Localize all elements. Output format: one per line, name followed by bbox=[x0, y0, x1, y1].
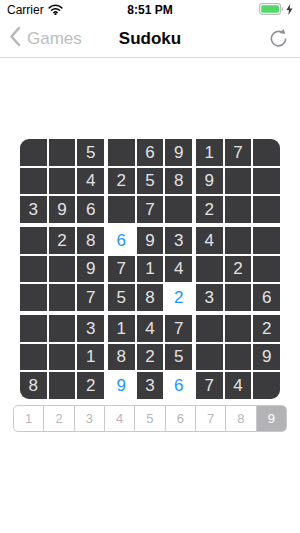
cell-r7c9[interactable]: 2 bbox=[253, 315, 280, 342]
cell-r4c5[interactable]: 9 bbox=[137, 227, 164, 254]
cell-r9c3[interactable]: 2 bbox=[77, 372, 104, 399]
cell-r2c2[interactable] bbox=[49, 168, 76, 195]
box-4: 2897 bbox=[20, 227, 104, 311]
cell-r3c1[interactable]: 3 bbox=[20, 196, 47, 223]
box-6: 4236 bbox=[196, 227, 280, 311]
refresh-icon bbox=[268, 35, 289, 52]
box-7: 3182 bbox=[20, 315, 104, 399]
cell-r9c1[interactable]: 8 bbox=[20, 372, 47, 399]
cell-r3c3[interactable]: 6 bbox=[77, 196, 104, 223]
cell-r8c7[interactable] bbox=[196, 344, 223, 371]
cell-r2c4[interactable]: 2 bbox=[108, 168, 135, 195]
cell-r1c9[interactable] bbox=[253, 139, 280, 166]
status-bar-left: Carrier bbox=[7, 1, 63, 19]
box-9: 2974 bbox=[196, 315, 280, 399]
cell-r6c7[interactable]: 3 bbox=[196, 284, 223, 311]
cell-r1c5[interactable]: 6 bbox=[137, 139, 164, 166]
picker-digit-2[interactable]: 2 bbox=[43, 406, 73, 431]
cell-r1c3[interactable]: 5 bbox=[77, 139, 104, 166]
sudoku-app-screen: Carrier 8:51 PM bbox=[0, 0, 300, 533]
cell-r5c2[interactable] bbox=[49, 256, 76, 283]
cell-r7c3[interactable]: 3 bbox=[77, 315, 104, 342]
cell-r2c8[interactable] bbox=[225, 168, 252, 195]
battery-icon bbox=[259, 1, 284, 19]
cell-r3c5[interactable]: 7 bbox=[137, 196, 164, 223]
cell-r1c7[interactable]: 1 bbox=[196, 139, 223, 166]
number-picker: 123456789 bbox=[13, 405, 287, 432]
cell-r7c6[interactable]: 7 bbox=[165, 315, 192, 342]
cell-r8c8[interactable] bbox=[225, 344, 252, 371]
cell-r5c6[interactable]: 4 bbox=[165, 256, 192, 283]
page-title: Sudoku bbox=[0, 20, 300, 57]
cell-r7c5[interactable]: 4 bbox=[137, 315, 164, 342]
picker-digit-1[interactable]: 1 bbox=[14, 406, 43, 431]
cell-r1c8[interactable]: 7 bbox=[225, 139, 252, 166]
cell-r5c8[interactable]: 2 bbox=[225, 256, 252, 283]
cell-r8c3[interactable]: 1 bbox=[77, 344, 104, 371]
cell-r3c2[interactable]: 9 bbox=[49, 196, 76, 223]
cell-r6c8[interactable] bbox=[225, 284, 252, 311]
cell-r3c9[interactable] bbox=[253, 196, 280, 223]
cell-r4c4[interactable]: 6 bbox=[108, 227, 135, 254]
picker-digit-8[interactable]: 8 bbox=[225, 406, 255, 431]
cell-r5c9[interactable] bbox=[253, 256, 280, 283]
cell-r1c2[interactable] bbox=[49, 139, 76, 166]
cell-r8c1[interactable] bbox=[20, 344, 47, 371]
picker-digit-6[interactable]: 6 bbox=[165, 406, 195, 431]
cell-r6c2[interactable] bbox=[49, 284, 76, 311]
cell-r5c1[interactable] bbox=[20, 256, 47, 283]
picker-digit-3[interactable]: 3 bbox=[74, 406, 104, 431]
cell-r2c3[interactable]: 4 bbox=[77, 168, 104, 195]
cell-r4c6[interactable]: 3 bbox=[165, 227, 192, 254]
cell-r9c4[interactable]: 9 bbox=[108, 372, 135, 399]
picker-digit-5[interactable]: 5 bbox=[134, 406, 164, 431]
charging-bolt-icon bbox=[286, 1, 293, 19]
cell-r6c4[interactable]: 5 bbox=[108, 284, 135, 311]
cell-r3c6[interactable] bbox=[165, 196, 192, 223]
refresh-button[interactable] bbox=[268, 28, 289, 49]
cell-r9c2[interactable] bbox=[49, 372, 76, 399]
cell-r6c1[interactable] bbox=[20, 284, 47, 311]
cell-r3c4[interactable] bbox=[108, 196, 135, 223]
cell-r7c4[interactable]: 1 bbox=[108, 315, 135, 342]
cell-r4c7[interactable]: 4 bbox=[196, 227, 223, 254]
picker-digit-4[interactable]: 4 bbox=[104, 406, 134, 431]
cell-r1c1[interactable] bbox=[20, 139, 47, 166]
cell-r1c6[interactable]: 9 bbox=[165, 139, 192, 166]
cell-r7c1[interactable] bbox=[20, 315, 47, 342]
carrier-label: Carrier bbox=[7, 3, 44, 17]
cell-r8c5[interactable]: 2 bbox=[137, 344, 164, 371]
box-8: 147825936 bbox=[108, 315, 192, 399]
picker-digit-7[interactable]: 7 bbox=[195, 406, 225, 431]
cell-r5c7[interactable] bbox=[196, 256, 223, 283]
cell-r4c8[interactable] bbox=[225, 227, 252, 254]
cell-r4c3[interactable]: 8 bbox=[77, 227, 104, 254]
cell-r8c9[interactable]: 9 bbox=[253, 344, 280, 371]
cell-r5c4[interactable]: 7 bbox=[108, 256, 135, 283]
box-2: 692587 bbox=[108, 139, 192, 223]
cell-r7c2[interactable] bbox=[49, 315, 76, 342]
cell-r7c7[interactable] bbox=[196, 315, 223, 342]
cell-r2c1[interactable] bbox=[20, 168, 47, 195]
cell-r6c9[interactable]: 6 bbox=[253, 284, 280, 311]
cell-r9c8[interactable]: 4 bbox=[225, 372, 252, 399]
cell-r4c9[interactable] bbox=[253, 227, 280, 254]
wifi-icon bbox=[48, 1, 63, 19]
cell-r3c8[interactable] bbox=[225, 196, 252, 223]
cell-r9c7[interactable]: 7 bbox=[196, 372, 223, 399]
cell-r5c5[interactable]: 1 bbox=[137, 256, 164, 283]
cell-r9c5[interactable]: 3 bbox=[137, 372, 164, 399]
cell-r8c4[interactable]: 8 bbox=[108, 344, 135, 371]
cell-r6c5[interactable]: 8 bbox=[137, 284, 164, 311]
cell-r5c3[interactable]: 9 bbox=[77, 256, 104, 283]
status-bar-right bbox=[259, 1, 293, 19]
nav-bar: Games Sudoku bbox=[0, 20, 300, 58]
box-3: 1792 bbox=[196, 139, 280, 223]
cell-r7c8[interactable] bbox=[225, 315, 252, 342]
box-5: 693714582 bbox=[108, 227, 192, 311]
cell-r4c1[interactable] bbox=[20, 227, 47, 254]
cell-r6c3[interactable]: 7 bbox=[77, 284, 104, 311]
cell-r8c2[interactable] bbox=[49, 344, 76, 371]
cell-r9c9[interactable] bbox=[253, 372, 280, 399]
cell-r8c6[interactable]: 5 bbox=[165, 344, 192, 371]
cell-r1c4[interactable] bbox=[108, 139, 135, 166]
cell-r4c2[interactable]: 2 bbox=[49, 227, 76, 254]
cell-r9c6[interactable]: 6 bbox=[165, 372, 192, 399]
cell-r2c9[interactable] bbox=[253, 168, 280, 195]
cell-r3c7[interactable]: 2 bbox=[196, 196, 223, 223]
cell-r2c7[interactable]: 9 bbox=[196, 168, 223, 195]
box-1: 54396 bbox=[20, 139, 104, 223]
cell-r2c6[interactable]: 8 bbox=[165, 168, 192, 195]
cell-r6c6[interactable]: 2 bbox=[165, 284, 192, 311]
status-bar: Carrier 8:51 PM bbox=[0, 0, 300, 20]
cell-r2c5[interactable]: 5 bbox=[137, 168, 164, 195]
battery-fill bbox=[261, 5, 279, 13]
sudoku-board: 5439669258717922897693714582423631821478… bbox=[20, 139, 280, 399]
picker-digit-9[interactable]: 9 bbox=[256, 406, 286, 431]
